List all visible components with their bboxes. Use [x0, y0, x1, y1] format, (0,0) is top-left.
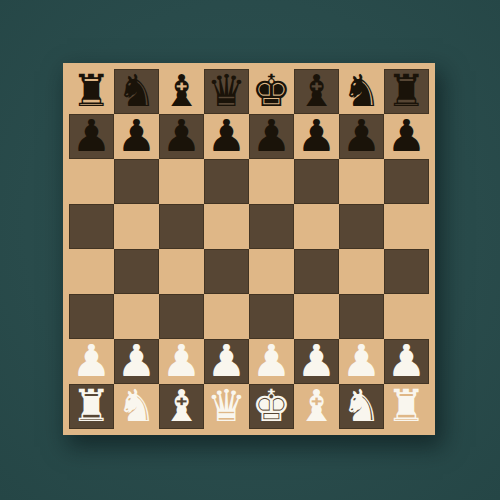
square-g7[interactable]: ♟ — [339, 114, 384, 159]
square-a5[interactable] — [69, 204, 114, 249]
square-d3[interactable] — [204, 294, 249, 339]
square-d1[interactable]: ♛ — [204, 384, 249, 429]
black-pawn-piece[interactable]: ♟ — [387, 114, 426, 158]
white-bishop-piece[interactable]: ♝ — [162, 384, 201, 428]
square-a2[interactable]: ♟ — [69, 339, 114, 384]
square-h2[interactable]: ♟ — [384, 339, 429, 384]
square-d6[interactable] — [204, 159, 249, 204]
square-f2[interactable]: ♟ — [294, 339, 339, 384]
white-rook-piece[interactable]: ♜ — [72, 384, 111, 428]
square-d5[interactable] — [204, 204, 249, 249]
square-g3[interactable] — [339, 294, 384, 339]
square-h3[interactable] — [384, 294, 429, 339]
white-knight-piece[interactable]: ♞ — [342, 384, 381, 428]
black-rook-piece[interactable]: ♜ — [387, 69, 426, 113]
square-e5[interactable] — [249, 204, 294, 249]
square-f1[interactable]: ♝ — [294, 384, 339, 429]
square-e1[interactable]: ♚ — [249, 384, 294, 429]
black-bishop-piece[interactable]: ♝ — [297, 69, 336, 113]
square-e8[interactable]: ♚ — [249, 69, 294, 114]
square-b7[interactable]: ♟ — [114, 114, 159, 159]
square-c5[interactable] — [159, 204, 204, 249]
square-g5[interactable] — [339, 204, 384, 249]
black-knight-piece[interactable]: ♞ — [117, 69, 156, 113]
square-b2[interactable]: ♟ — [114, 339, 159, 384]
square-h6[interactable] — [384, 159, 429, 204]
square-h8[interactable]: ♜ — [384, 69, 429, 114]
square-c1[interactable]: ♝ — [159, 384, 204, 429]
square-e2[interactable]: ♟ — [249, 339, 294, 384]
square-c8[interactable]: ♝ — [159, 69, 204, 114]
square-h4[interactable] — [384, 249, 429, 294]
square-f3[interactable] — [294, 294, 339, 339]
square-b1[interactable]: ♞ — [114, 384, 159, 429]
black-pawn-piece[interactable]: ♟ — [207, 114, 246, 158]
square-a1[interactable]: ♜ — [69, 384, 114, 429]
white-pawn-piece[interactable]: ♟ — [387, 339, 426, 383]
square-h5[interactable] — [384, 204, 429, 249]
square-f8[interactable]: ♝ — [294, 69, 339, 114]
white-queen-piece[interactable]: ♛ — [207, 384, 246, 428]
white-pawn-piece[interactable]: ♟ — [72, 339, 111, 383]
square-g2[interactable]: ♟ — [339, 339, 384, 384]
chess-board: ♜♞♝♛♚♝♞♜♟♟♟♟♟♟♟♟♟♟♟♟♟♟♟♟♜♞♝♛♚♝♞♜ — [63, 63, 435, 435]
black-pawn-piece[interactable]: ♟ — [117, 114, 156, 158]
black-knight-piece[interactable]: ♞ — [342, 69, 381, 113]
square-c3[interactable] — [159, 294, 204, 339]
square-a4[interactable] — [69, 249, 114, 294]
white-pawn-piece[interactable]: ♟ — [117, 339, 156, 383]
square-a8[interactable]: ♜ — [69, 69, 114, 114]
square-d4[interactable] — [204, 249, 249, 294]
square-b8[interactable]: ♞ — [114, 69, 159, 114]
black-rook-piece[interactable]: ♜ — [72, 69, 111, 113]
white-knight-piece[interactable]: ♞ — [117, 384, 156, 428]
square-g1[interactable]: ♞ — [339, 384, 384, 429]
square-d7[interactable]: ♟ — [204, 114, 249, 159]
square-b4[interactable] — [114, 249, 159, 294]
black-pawn-piece[interactable]: ♟ — [162, 114, 201, 158]
black-pawn-piece[interactable]: ♟ — [252, 114, 291, 158]
square-d8[interactable]: ♛ — [204, 69, 249, 114]
square-f4[interactable] — [294, 249, 339, 294]
board-grid: ♜♞♝♛♚♝♞♜♟♟♟♟♟♟♟♟♟♟♟♟♟♟♟♟♜♞♝♛♚♝♞♜ — [69, 69, 429, 429]
black-pawn-piece[interactable]: ♟ — [342, 114, 381, 158]
white-pawn-piece[interactable]: ♟ — [162, 339, 201, 383]
square-e3[interactable] — [249, 294, 294, 339]
square-f6[interactable] — [294, 159, 339, 204]
square-g6[interactable] — [339, 159, 384, 204]
square-c2[interactable]: ♟ — [159, 339, 204, 384]
black-queen-piece[interactable]: ♛ — [207, 69, 246, 113]
square-e4[interactable] — [249, 249, 294, 294]
square-g8[interactable]: ♞ — [339, 69, 384, 114]
square-a6[interactable] — [69, 159, 114, 204]
square-h7[interactable]: ♟ — [384, 114, 429, 159]
square-f5[interactable] — [294, 204, 339, 249]
white-pawn-piece[interactable]: ♟ — [297, 339, 336, 383]
black-pawn-piece[interactable]: ♟ — [72, 114, 111, 158]
square-c4[interactable] — [159, 249, 204, 294]
square-c7[interactable]: ♟ — [159, 114, 204, 159]
square-b3[interactable] — [114, 294, 159, 339]
page-background: ♜♞♝♛♚♝♞♜♟♟♟♟♟♟♟♟♟♟♟♟♟♟♟♟♜♞♝♛♚♝♞♜ — [0, 0, 500, 500]
square-b6[interactable] — [114, 159, 159, 204]
square-c6[interactable] — [159, 159, 204, 204]
square-e6[interactable] — [249, 159, 294, 204]
white-pawn-piece[interactable]: ♟ — [207, 339, 246, 383]
square-d2[interactable]: ♟ — [204, 339, 249, 384]
white-pawn-piece[interactable]: ♟ — [252, 339, 291, 383]
white-rook-piece[interactable]: ♜ — [387, 384, 426, 428]
square-g4[interactable] — [339, 249, 384, 294]
square-h1[interactable]: ♜ — [384, 384, 429, 429]
black-king-piece[interactable]: ♚ — [252, 69, 291, 113]
white-king-piece[interactable]: ♚ — [252, 384, 291, 428]
white-pawn-piece[interactable]: ♟ — [342, 339, 381, 383]
square-b5[interactable] — [114, 204, 159, 249]
square-e7[interactable]: ♟ — [249, 114, 294, 159]
black-pawn-piece[interactable]: ♟ — [297, 114, 336, 158]
black-bishop-piece[interactable]: ♝ — [162, 69, 201, 113]
square-a3[interactable] — [69, 294, 114, 339]
square-f7[interactable]: ♟ — [294, 114, 339, 159]
white-bishop-piece[interactable]: ♝ — [297, 384, 336, 428]
square-a7[interactable]: ♟ — [69, 114, 114, 159]
